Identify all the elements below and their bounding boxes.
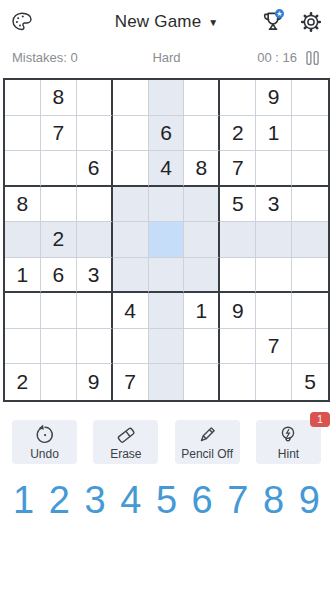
sudoku-cell[interactable]: 6 <box>149 116 185 152</box>
sudoku-cell[interactable]: 8 <box>184 151 220 187</box>
eraser-icon <box>115 424 137 446</box>
sudoku-cell[interactable]: 4 <box>113 293 149 329</box>
sudoku-cell[interactable] <box>5 151 41 187</box>
sudoku-cell[interactable] <box>77 80 113 116</box>
header: New Game ▼ ★ <box>0 0 333 44</box>
sudoku-cell[interactable]: 7 <box>220 151 256 187</box>
erase-label: Erase <box>110 447 141 461</box>
sudoku-cell[interactable]: 2 <box>41 222 77 258</box>
pause-icon[interactable] <box>304 49 321 67</box>
sudoku-cell[interactable] <box>184 187 220 223</box>
sudoku-cell[interactable]: 5 <box>292 364 328 400</box>
sudoku-cell[interactable] <box>41 187 77 223</box>
sudoku-cell[interactable]: 9 <box>256 80 292 116</box>
sudoku-cell[interactable] <box>292 151 328 187</box>
sudoku-cell[interactable] <box>184 258 220 294</box>
sudoku-cell[interactable] <box>292 329 328 365</box>
gear-icon[interactable] <box>299 10 323 34</box>
sudoku-cell[interactable]: 7 <box>113 364 149 400</box>
numpad-digit[interactable]: 9 <box>299 481 320 519</box>
sudoku-cell[interactable] <box>149 222 185 258</box>
sudoku-cell[interactable] <box>256 258 292 294</box>
sudoku-cell[interactable] <box>41 293 77 329</box>
status-bar: Mistakes: 0 Hard 00 : 16 <box>0 44 333 71</box>
sudoku-cell[interactable] <box>184 222 220 258</box>
pencil-button[interactable]: Pencil Off <box>175 420 240 464</box>
sudoku-cell[interactable]: 2 <box>220 116 256 152</box>
sudoku-cell[interactable] <box>41 329 77 365</box>
numpad-digit[interactable]: 4 <box>120 481 141 519</box>
numpad-digit[interactable]: 1 <box>13 481 34 519</box>
sudoku-cell[interactable] <box>149 293 185 329</box>
sudoku-cell[interactable] <box>256 151 292 187</box>
sudoku-cell[interactable] <box>149 258 185 294</box>
sudoku-cell[interactable]: 2 <box>5 364 41 400</box>
hint-label: Hint <box>278 447 299 461</box>
sudoku-cell[interactable] <box>184 364 220 400</box>
sudoku-cell[interactable] <box>184 116 220 152</box>
sudoku-cell[interactable] <box>292 80 328 116</box>
pencil-icon <box>196 424 218 446</box>
chevron-down-icon: ▼ <box>208 17 218 28</box>
sudoku-cell[interactable] <box>220 222 256 258</box>
sudoku-cell[interactable]: 9 <box>220 293 256 329</box>
sudoku-cell[interactable]: 6 <box>77 151 113 187</box>
mistakes-counter: Mistakes: 0 <box>12 50 115 65</box>
sudoku-cell[interactable] <box>149 187 185 223</box>
sudoku-cell[interactable] <box>184 80 220 116</box>
sudoku-cell[interactable] <box>220 80 256 116</box>
numpad-digit[interactable]: 2 <box>49 481 70 519</box>
sudoku-cell[interactable] <box>5 222 41 258</box>
numpad-digit[interactable]: 7 <box>227 481 248 519</box>
sudoku-cell[interactable] <box>256 364 292 400</box>
sudoku-cell[interactable]: 8 <box>5 187 41 223</box>
sudoku-cell[interactable] <box>149 80 185 116</box>
sudoku-cell[interactable] <box>149 329 185 365</box>
sudoku-cell[interactable] <box>113 258 149 294</box>
sudoku-cell[interactable] <box>77 187 113 223</box>
sudoku-cell[interactable] <box>77 329 113 365</box>
sudoku-cell[interactable] <box>113 222 149 258</box>
sudoku-cell[interactable] <box>113 80 149 116</box>
sudoku-cell[interactable] <box>292 258 328 294</box>
sudoku-cell[interactable] <box>184 329 220 365</box>
page-title: New Game <box>115 12 202 32</box>
undo-button[interactable]: Undo <box>12 420 77 464</box>
sudoku-cell[interactable] <box>292 222 328 258</box>
hint-badge: 1 <box>310 412 330 427</box>
bulb-icon <box>277 424 299 446</box>
sudoku-cell[interactable] <box>292 116 328 152</box>
sudoku-cell[interactable] <box>113 151 149 187</box>
sudoku-cell[interactable] <box>292 187 328 223</box>
toolbar: Undo Erase Pencil Off 1 <box>0 420 333 464</box>
sudoku-cell[interactable]: 1 <box>256 116 292 152</box>
sudoku-cell[interactable] <box>292 293 328 329</box>
sudoku-cell[interactable] <box>113 187 149 223</box>
sudoku-cell[interactable] <box>256 293 292 329</box>
undo-icon <box>34 424 56 446</box>
new-game-dropdown[interactable]: New Game ▼ <box>115 12 219 32</box>
numpad: 123456789 <box>0 481 333 519</box>
sudoku-cell[interactable] <box>77 222 113 258</box>
numpad-digit[interactable]: 6 <box>192 481 213 519</box>
sudoku-cell[interactable]: 1 <box>184 293 220 329</box>
sudoku-cell[interactable]: 3 <box>256 187 292 223</box>
sudoku-cell[interactable] <box>5 293 41 329</box>
difficulty-label: Hard <box>115 50 218 65</box>
numpad-digit[interactable]: 3 <box>84 481 105 519</box>
svg-text:★: ★ <box>276 10 282 17</box>
sudoku-cell[interactable] <box>41 151 77 187</box>
pencil-label: Pencil Off <box>181 447 233 461</box>
sudoku-cell[interactable]: 9 <box>77 364 113 400</box>
sudoku-cell[interactable] <box>220 258 256 294</box>
sudoku-cell[interactable] <box>5 80 41 116</box>
sudoku-cell[interactable] <box>256 222 292 258</box>
sudoku-cell[interactable]: 4 <box>149 151 185 187</box>
palette-icon[interactable] <box>10 10 34 34</box>
sudoku-cell[interactable]: 7 <box>256 329 292 365</box>
hint-button[interactable]: 1 Hint <box>256 420 321 464</box>
sudoku-cell[interactable] <box>220 329 256 365</box>
sudoku-cell[interactable] <box>149 364 185 400</box>
sudoku-cell[interactable] <box>77 293 113 329</box>
trophy-icon[interactable]: ★ <box>260 9 286 35</box>
sudoku-cell[interactable] <box>113 116 149 152</box>
sudoku-cell[interactable]: 8 <box>41 80 77 116</box>
erase-button[interactable]: Erase <box>93 420 158 464</box>
sudoku-cell[interactable] <box>77 116 113 152</box>
sudoku-cell[interactable]: 7 <box>41 116 77 152</box>
sudoku-cell[interactable]: 5 <box>220 187 256 223</box>
numpad-digit[interactable]: 5 <box>156 481 177 519</box>
sudoku-cell[interactable] <box>113 329 149 365</box>
timer: 00 : 16 <box>257 50 297 65</box>
sudoku-cell[interactable] <box>5 329 41 365</box>
sudoku-cell[interactable]: 1 <box>5 258 41 294</box>
sudoku-cell[interactable] <box>220 364 256 400</box>
numpad-digit[interactable]: 8 <box>263 481 284 519</box>
sudoku-cell[interactable]: 3 <box>77 258 113 294</box>
sudoku-cell[interactable] <box>41 364 77 400</box>
sudoku-cell[interactable]: 6 <box>41 258 77 294</box>
undo-label: Undo <box>30 447 59 461</box>
sudoku-cell[interactable] <box>5 116 41 152</box>
sudoku-grid: 8976216487853216341972975 <box>3 78 330 402</box>
